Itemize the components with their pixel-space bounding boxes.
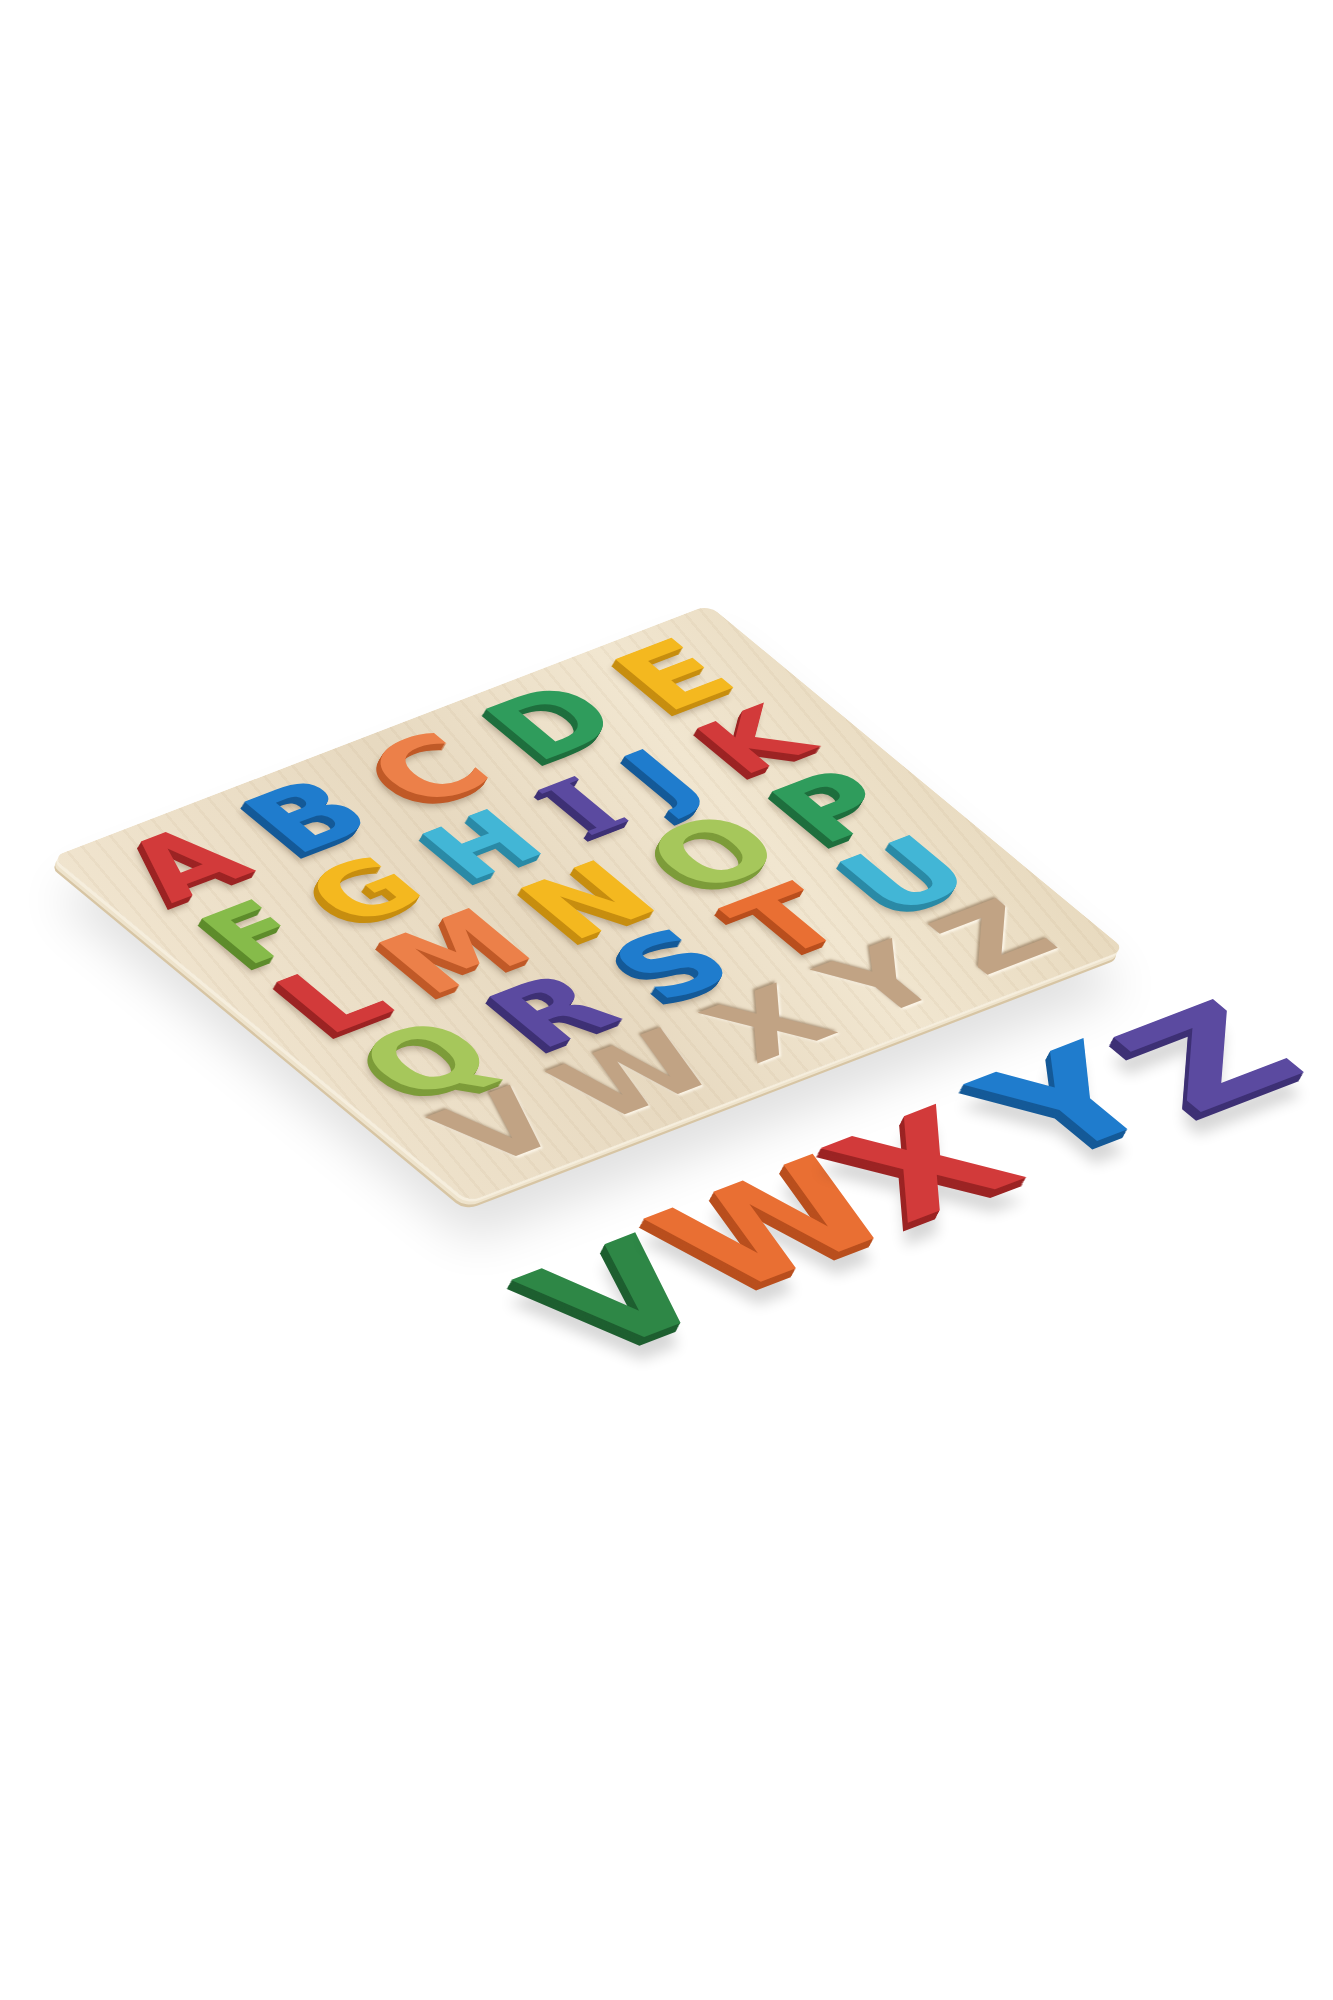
scene: ABCDEFGHIJKLMNOPQRSTUVWXYZ VWXYZ xyxy=(0,0,1333,2000)
empty-slot-V[interactable]: V xyxy=(415,1077,584,1179)
empty-slot-Z[interactable]: Z xyxy=(912,888,1076,988)
empty-slot-X[interactable]: X xyxy=(685,973,854,1075)
empty-slot-Y[interactable]: Y xyxy=(801,931,964,1031)
